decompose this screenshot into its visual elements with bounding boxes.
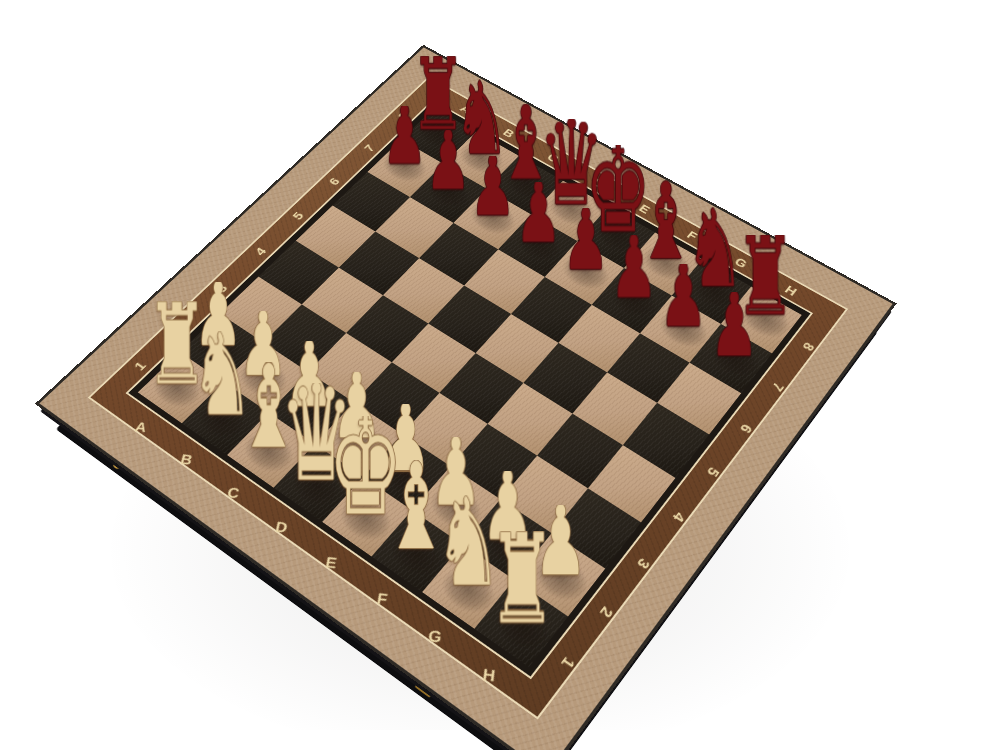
photo-background: ABCDEFGH ABCDEFGH 87654321 87654321 ♜♞♝♛…: [0, 0, 1000, 750]
red-pawn-glyph: ♟: [690, 291, 777, 357]
white-rook-glyph: ♜: [473, 529, 570, 626]
